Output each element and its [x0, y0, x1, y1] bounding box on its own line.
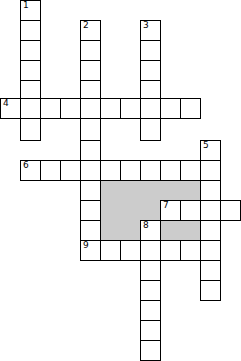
crossword-cell[interactable] [140, 260, 161, 281]
picture-block [180, 220, 201, 241]
crossword-cell[interactable] [80, 80, 101, 99]
crossword-cell[interactable] [200, 220, 221, 241]
crossword-cell[interactable] [120, 240, 141, 261]
crossword-cell[interactable]: 1 [20, 0, 41, 21]
crossword-cell[interactable]: 6 [20, 160, 41, 181]
picture-block-border [200, 180, 201, 201]
picture-block-border [120, 180, 141, 181]
picture-block-border [180, 240, 201, 241]
crossword-cell[interactable] [80, 200, 101, 221]
crossword-cell[interactable] [80, 98, 101, 119]
crossword-cell[interactable] [100, 98, 121, 119]
crossword-cell[interactable] [20, 60, 41, 81]
picture-block-border [180, 180, 201, 181]
picture-block-border [200, 220, 201, 241]
picture-block [120, 180, 141, 201]
picture-block-border [160, 240, 181, 241]
crossword-cell[interactable] [160, 240, 181, 261]
crossword-cell[interactable]: 7 [160, 200, 181, 221]
clue-number: 6 [23, 161, 29, 170]
picture-block-border [100, 180, 101, 201]
picture-block-border [160, 200, 161, 221]
crossword-cell[interactable]: 4 [0, 98, 21, 119]
picture-block-border [160, 220, 181, 221]
clue-number: 3 [143, 21, 149, 30]
picture-block-border [100, 180, 121, 181]
crossword-cell[interactable] [140, 98, 161, 119]
crossword-cell[interactable] [200, 180, 221, 201]
clue-number: 9 [83, 241, 89, 250]
crossword-cell[interactable] [80, 140, 101, 161]
clue-number: 4 [3, 99, 9, 108]
picture-block [120, 220, 141, 241]
crossword-cell[interactable] [20, 98, 41, 119]
crossword-cell[interactable] [140, 160, 161, 181]
crossword-cell[interactable] [80, 40, 101, 61]
crossword-cell[interactable] [120, 98, 141, 119]
picture-block [100, 200, 121, 221]
crossword-cell[interactable] [60, 98, 81, 119]
picture-block-border [140, 220, 141, 241]
picture-block [140, 200, 161, 221]
crossword-cell[interactable] [140, 340, 161, 361]
crossword-cell[interactable] [100, 160, 121, 181]
picture-block-border [160, 180, 181, 181]
crossword-cell[interactable] [100, 240, 121, 261]
crossword-cell[interactable] [80, 180, 101, 201]
crossword-cell[interactable] [180, 98, 201, 119]
picture-block-border [140, 220, 161, 221]
crossword-cell[interactable] [40, 160, 61, 181]
crossword-cell[interactable]: 2 [80, 20, 101, 41]
picture-block-border [100, 240, 121, 241]
crossword-cell[interactable] [200, 280, 221, 301]
clue-number: 8 [143, 221, 149, 230]
crossword-cell[interactable]: 9 [80, 240, 101, 261]
crossword-cell[interactable] [180, 240, 201, 261]
crossword-cell[interactable] [140, 240, 161, 261]
picture-block [160, 180, 181, 201]
picture-block-border [180, 200, 201, 201]
crossword-cell[interactable]: 3 [140, 20, 161, 41]
picture-block [100, 180, 121, 201]
clue-number: 5 [203, 141, 209, 150]
picture-block-border [100, 200, 101, 221]
crossword-cell[interactable] [140, 118, 161, 141]
crossword-cell[interactable] [180, 200, 201, 221]
crossword-cell[interactable] [200, 200, 221, 221]
crossword-cell[interactable] [20, 80, 41, 99]
picture-block [140, 180, 161, 201]
picture-block-border [160, 220, 161, 241]
crossword-cell[interactable] [180, 160, 201, 181]
picture-block [120, 200, 141, 221]
crossword-cell[interactable] [20, 20, 41, 41]
crossword-cell[interactable] [200, 160, 221, 181]
clue-number: 2 [83, 21, 89, 30]
crossword-cell[interactable] [160, 160, 181, 181]
crossword-cell[interactable]: 8 [140, 220, 161, 241]
clue-number: 7 [163, 201, 169, 210]
crossword-cell[interactable] [140, 300, 161, 321]
crossword-cell[interactable] [20, 40, 41, 61]
clue-number: 1 [23, 1, 29, 10]
crossword-cell[interactable] [140, 80, 161, 99]
crossword-cell[interactable] [140, 280, 161, 301]
crossword-cell[interactable] [40, 98, 61, 119]
crossword-cell[interactable] [120, 160, 141, 181]
crossword-cell[interactable] [20, 118, 41, 141]
picture-block-border [160, 200, 181, 201]
crossword-cell[interactable] [140, 40, 161, 61]
crossword-cell[interactable] [60, 160, 81, 181]
picture-block [160, 220, 181, 241]
crossword-cell[interactable] [140, 320, 161, 341]
crossword-cell[interactable] [220, 200, 241, 221]
picture-block-border [180, 220, 201, 221]
crossword-cell[interactable] [200, 260, 221, 281]
picture-block-border [100, 220, 101, 241]
crossword-cell[interactable] [80, 160, 101, 181]
picture-block-border [140, 180, 161, 181]
picture-block-border [120, 240, 141, 241]
crossword-cell[interactable] [80, 60, 101, 81]
crossword-cell[interactable] [200, 240, 221, 261]
picture-block [180, 180, 201, 201]
crossword-cell[interactable] [140, 60, 161, 81]
crossword-board: 123456789 [0, 0, 241, 361]
picture-block [100, 220, 121, 241]
crossword-cell[interactable] [80, 118, 101, 141]
crossword-cell[interactable]: 5 [200, 140, 221, 161]
crossword-cell[interactable] [80, 220, 101, 241]
crossword-cell[interactable] [160, 98, 181, 119]
